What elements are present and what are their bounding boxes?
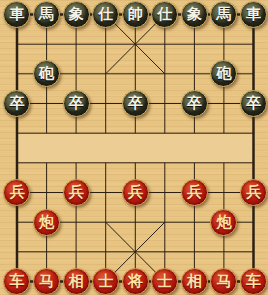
piece-black-advisor[interactable]: 仕 — [92, 1, 119, 28]
piece-black-horse[interactable]: 馬 — [210, 1, 237, 28]
board-point[interactable]: 卒 — [61, 89, 91, 119]
board-point[interactable] — [239, 237, 268, 267]
board-point[interactable]: 相 — [180, 267, 210, 295]
board-point[interactable] — [209, 178, 239, 208]
piece-red-soldier[interactable]: 兵 — [181, 179, 208, 206]
board-point[interactable] — [150, 29, 180, 59]
piece-red-elephant[interactable]: 相 — [181, 268, 208, 295]
piece-black-horse[interactable]: 馬 — [33, 1, 60, 28]
piece-black-soldier[interactable]: 卒 — [63, 90, 90, 117]
piece-red-advisor[interactable]: 士 — [151, 268, 178, 295]
board-point[interactable] — [32, 148, 62, 178]
board-point[interactable] — [2, 59, 32, 89]
board-point[interactable]: 象 — [180, 0, 210, 29]
board-point[interactable]: 卒 — [2, 89, 32, 119]
board-point[interactable] — [32, 29, 62, 59]
board-point[interactable] — [2, 118, 32, 148]
board-point[interactable] — [91, 207, 121, 237]
board-point[interactable] — [32, 178, 62, 208]
piece-black-cannon[interactable]: 砲 — [33, 60, 60, 87]
board-point[interactable] — [120, 148, 150, 178]
board-point[interactable] — [120, 59, 150, 89]
board-point[interactable]: 馬 — [32, 0, 62, 29]
board-point[interactable] — [180, 118, 210, 148]
board-point[interactable] — [32, 89, 62, 119]
piece-red-chariot[interactable]: 车 — [240, 268, 267, 295]
piece-red-advisor[interactable]: 士 — [92, 268, 119, 295]
board-point[interactable] — [239, 29, 268, 59]
board-point[interactable]: 車 — [239, 0, 268, 29]
piece-red-cannon[interactable]: 炮 — [210, 209, 237, 236]
piece-black-elephant[interactable]: 象 — [181, 1, 208, 28]
board-point[interactable]: 兵 — [239, 178, 268, 208]
board-point[interactable] — [150, 118, 180, 148]
board-point[interactable]: 帥 — [120, 0, 150, 29]
board-point[interactable] — [209, 237, 239, 267]
board-point[interactable] — [239, 207, 268, 237]
board-point[interactable]: 炮 — [209, 207, 239, 237]
board-point[interactable] — [209, 148, 239, 178]
piece-red-soldier[interactable]: 兵 — [63, 179, 90, 206]
board-point[interactable] — [239, 118, 268, 148]
board-point[interactable]: 士 — [150, 267, 180, 295]
board-point[interactable] — [2, 237, 32, 267]
board-point[interactable] — [91, 89, 121, 119]
board-point[interactable] — [91, 59, 121, 89]
board-point[interactable] — [61, 59, 91, 89]
board-point[interactable]: 车 — [239, 267, 268, 295]
piece-red-horse[interactable]: 马 — [33, 268, 60, 295]
board-point[interactable] — [91, 29, 121, 59]
board-point[interactable] — [180, 207, 210, 237]
piece-red-soldier[interactable]: 兵 — [122, 179, 149, 206]
board-point[interactable]: 炮 — [32, 207, 62, 237]
board-point[interactable]: 相 — [61, 267, 91, 295]
board-point[interactable] — [120, 237, 150, 267]
board-point[interactable] — [2, 207, 32, 237]
piece-black-chariot[interactable]: 車 — [240, 1, 267, 28]
board-point[interactable] — [180, 29, 210, 59]
piece-red-chariot[interactable]: 车 — [3, 268, 30, 295]
piece-red-soldier[interactable]: 兵 — [240, 179, 267, 206]
board-point[interactable] — [239, 148, 268, 178]
board-point[interactable] — [61, 237, 91, 267]
board-point[interactable]: 卒 — [180, 89, 210, 119]
board-point[interactable]: 兵 — [61, 178, 91, 208]
board-point[interactable] — [120, 118, 150, 148]
piece-black-soldier[interactable]: 卒 — [3, 90, 30, 117]
piece-red-general[interactable]: 将 — [122, 268, 149, 295]
board-point[interactable]: 马 — [32, 267, 62, 295]
board-point[interactable] — [150, 207, 180, 237]
board-point[interactable]: 馬 — [209, 0, 239, 29]
board-point[interactable]: 車 — [2, 0, 32, 29]
board-point[interactable] — [61, 207, 91, 237]
board-point[interactable] — [61, 148, 91, 178]
board-point[interactable] — [61, 29, 91, 59]
board-point[interactable] — [120, 29, 150, 59]
board-point[interactable]: 车 — [2, 267, 32, 295]
board-point[interactable] — [150, 178, 180, 208]
piece-red-soldier[interactable]: 兵 — [3, 179, 30, 206]
piece-black-advisor[interactable]: 仕 — [151, 1, 178, 28]
board-point[interactable] — [91, 118, 121, 148]
board-point[interactable] — [150, 89, 180, 119]
board-point[interactable] — [180, 237, 210, 267]
board-point[interactable] — [150, 59, 180, 89]
xiangqi-board: 車馬象仕帥仕象馬車砲砲卒卒卒卒卒兵兵兵兵兵炮炮车马相士将士相马车 — [0, 0, 268, 295]
board-point[interactable]: 仕 — [91, 0, 121, 29]
piece-black-soldier[interactable]: 卒 — [181, 90, 208, 117]
board-point[interactable] — [150, 237, 180, 267]
board-point[interactable]: 仕 — [150, 0, 180, 29]
board-point[interactable] — [91, 178, 121, 208]
board-point[interactable] — [91, 237, 121, 267]
board-point[interactable] — [180, 148, 210, 178]
board-point[interactable] — [150, 148, 180, 178]
board-point[interactable] — [209, 89, 239, 119]
board-point[interactable] — [61, 118, 91, 148]
board-point[interactable] — [2, 148, 32, 178]
piece-black-general[interactable]: 帥 — [122, 1, 149, 28]
board-point[interactable]: 将 — [120, 267, 150, 295]
board-point[interactable]: 砲 — [32, 59, 62, 89]
piece-black-chariot[interactable]: 車 — [3, 1, 30, 28]
board-point[interactable] — [180, 59, 210, 89]
board-point[interactable]: 马 — [209, 267, 239, 295]
piece-red-horse[interactable]: 马 — [210, 268, 237, 295]
board-point[interactable] — [32, 237, 62, 267]
board-point[interactable]: 兵 — [2, 178, 32, 208]
board-point[interactable] — [2, 29, 32, 59]
piece-black-cannon[interactable]: 砲 — [210, 60, 237, 87]
board-point[interactable] — [209, 118, 239, 148]
piece-black-soldier[interactable]: 卒 — [122, 90, 149, 117]
board-point[interactable] — [32, 118, 62, 148]
board-point[interactable] — [120, 207, 150, 237]
board-point[interactable]: 兵 — [180, 178, 210, 208]
board-point[interactable] — [209, 29, 239, 59]
piece-red-cannon[interactable]: 炮 — [33, 209, 60, 236]
board-point[interactable]: 砲 — [209, 59, 239, 89]
board-point[interactable]: 士 — [91, 267, 121, 295]
board-points-grid: 車馬象仕帥仕象馬車砲砲卒卒卒卒卒兵兵兵兵兵炮炮车马相士将士相马车 — [2, 0, 268, 295]
board-point[interactable]: 象 — [61, 0, 91, 29]
board-point[interactable] — [91, 148, 121, 178]
piece-black-elephant[interactable]: 象 — [63, 1, 90, 28]
board-point[interactable] — [239, 59, 268, 89]
piece-red-elephant[interactable]: 相 — [63, 268, 90, 295]
board-point[interactable]: 卒 — [239, 89, 268, 119]
piece-black-soldier[interactable]: 卒 — [240, 90, 267, 117]
board-point[interactable]: 卒 — [120, 89, 150, 119]
board-point[interactable]: 兵 — [120, 178, 150, 208]
